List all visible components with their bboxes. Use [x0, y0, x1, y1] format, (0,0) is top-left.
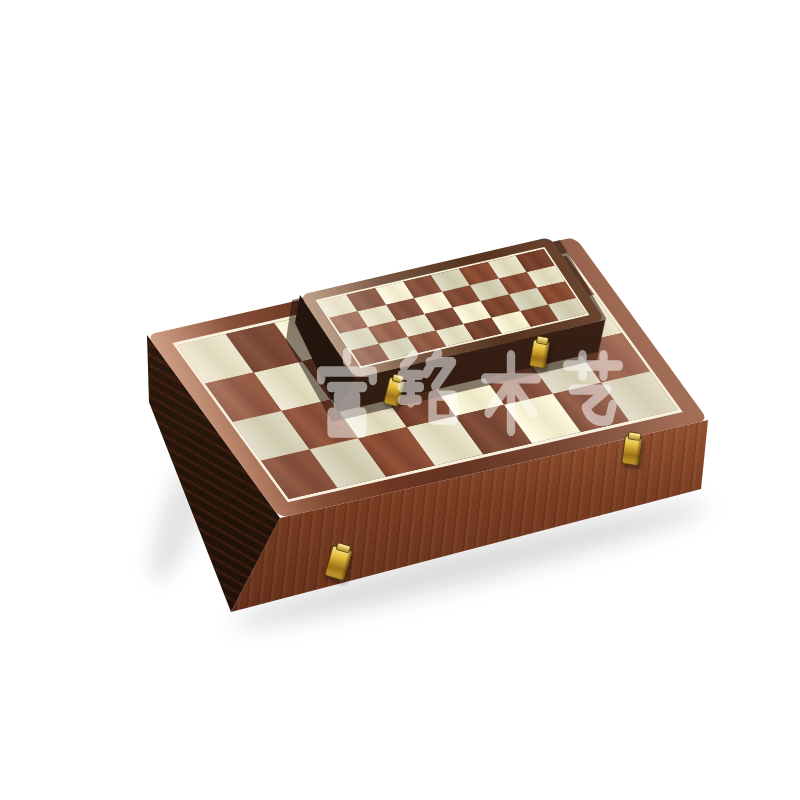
watermark-text: 富铭木艺: [0, 0, 1, 1]
chess-box-product-photo: 富铭木艺: [0, 0, 800, 800]
